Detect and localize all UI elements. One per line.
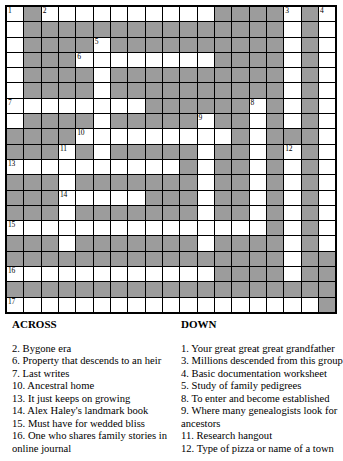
cell-r15c17[interactable] xyxy=(284,221,300,235)
cell-r16c14 xyxy=(232,236,248,250)
cell-r20c8[interactable] xyxy=(128,298,144,312)
cell-r9c10[interactable] xyxy=(163,129,179,143)
cell-r3c3 xyxy=(42,38,58,52)
cell-r18c6[interactable] xyxy=(94,267,110,281)
cell-r2c4 xyxy=(59,22,75,36)
cell-r7c1[interactable]: 7 xyxy=(7,99,23,113)
cell-r15c14[interactable] xyxy=(232,221,248,235)
cell-r4c19[interactable] xyxy=(319,53,335,67)
cell-r1c9[interactable] xyxy=(146,7,162,21)
cell-r17c9 xyxy=(146,252,162,266)
across-clues: ACROSS 2. Bygone era6. Property that des… xyxy=(12,318,178,455)
cell-r18c9[interactable] xyxy=(146,267,162,281)
cell-r16c10 xyxy=(163,236,179,250)
cell-r16c13 xyxy=(215,236,231,250)
cell-r11c1[interactable]: 13 xyxy=(7,160,23,174)
cell-r3c1[interactable] xyxy=(7,38,23,52)
cell-r16c19[interactable] xyxy=(319,236,335,250)
cell-r6c12 xyxy=(198,83,214,97)
cell-r20c18[interactable] xyxy=(302,298,318,312)
cell-r15c12[interactable] xyxy=(198,221,214,235)
cell-r16c1 xyxy=(7,236,23,250)
cell-r11c8[interactable] xyxy=(128,160,144,174)
cell-r6c16 xyxy=(267,83,283,97)
cell-r4c9[interactable] xyxy=(146,53,162,67)
cell-r8c10 xyxy=(163,114,179,128)
cell-r9c5[interactable]: 10 xyxy=(76,129,92,143)
cell-r16c16 xyxy=(267,236,283,250)
cell-r8c5 xyxy=(76,114,92,128)
cell-r6c17[interactable] xyxy=(284,83,300,97)
cell-r1c10[interactable] xyxy=(163,7,179,21)
cell-r15c11[interactable] xyxy=(180,221,196,235)
cell-r15c7[interactable] xyxy=(111,221,127,235)
cell-r1c19[interactable]: 4 xyxy=(319,7,335,21)
cell-r5c1[interactable] xyxy=(7,68,23,82)
cell-r7c3[interactable] xyxy=(42,99,58,113)
cell-r20c5[interactable] xyxy=(76,298,92,312)
cell-r10c19[interactable] xyxy=(319,145,335,159)
cell-r15c9[interactable] xyxy=(146,221,162,235)
cell-r18c5[interactable] xyxy=(76,267,92,281)
cell-r15c15[interactable] xyxy=(250,221,266,235)
cell-r11c17[interactable] xyxy=(284,160,300,174)
cell-r3c17[interactable] xyxy=(284,38,300,52)
cell-r8c19[interactable] xyxy=(319,114,335,128)
cell-r2c17[interactable] xyxy=(284,22,300,36)
cell-r18c14 xyxy=(232,267,248,281)
cell-r8c13 xyxy=(215,114,231,128)
cell-r3c4 xyxy=(59,38,75,52)
cell-r14c19[interactable] xyxy=(319,206,335,220)
cell-r5c15 xyxy=(250,68,266,82)
cell-r15c3[interactable] xyxy=(42,221,58,235)
cell-r4c18 xyxy=(302,53,318,67)
cell-r15c5[interactable] xyxy=(76,221,92,235)
cell-r14c6 xyxy=(94,206,110,220)
cell-r16c15 xyxy=(250,236,266,250)
cell-r13c9 xyxy=(146,191,162,205)
cell-r7c5[interactable] xyxy=(76,99,92,113)
cell-r13c1 xyxy=(7,191,23,205)
cell-r2c16 xyxy=(267,22,283,36)
across-clue-line: 14. Alex Haley's landmark book xyxy=(12,405,178,418)
cell-r20c14[interactable] xyxy=(232,298,248,312)
cell-r13c11 xyxy=(180,191,196,205)
cell-r2c18 xyxy=(302,22,318,36)
cell-r18c10[interactable] xyxy=(163,267,179,281)
cell-r10c5 xyxy=(76,145,92,159)
cell-r13c4[interactable]: 14 xyxy=(59,191,75,205)
cell-r9c12[interactable] xyxy=(198,129,214,143)
cell-r13c15[interactable] xyxy=(250,191,266,205)
cell-r11c12[interactable] xyxy=(198,160,214,174)
cell-r19c14 xyxy=(232,282,248,296)
cell-r17c8 xyxy=(128,252,144,266)
clue-number: 10 xyxy=(77,129,84,137)
cell-r7c10 xyxy=(163,99,179,113)
cell-r12c6 xyxy=(94,175,110,189)
cell-r16c12[interactable] xyxy=(198,236,214,250)
cell-r12c19[interactable] xyxy=(319,175,335,189)
cell-r7c15[interactable]: 8 xyxy=(250,99,266,113)
cell-r19c11 xyxy=(180,282,196,296)
cell-r10c6[interactable] xyxy=(94,145,110,159)
cell-r11c3[interactable] xyxy=(42,160,58,174)
cell-r18c12[interactable] xyxy=(198,267,214,281)
cell-r20c9[interactable] xyxy=(146,298,162,312)
cell-r1c4[interactable] xyxy=(59,7,75,21)
cell-r19c6 xyxy=(94,282,110,296)
cell-r18c16 xyxy=(267,267,283,281)
cell-r20c2[interactable] xyxy=(24,298,40,312)
cell-r11c2[interactable] xyxy=(24,160,40,174)
cell-r2c12 xyxy=(198,22,214,36)
cell-r14c12[interactable] xyxy=(198,206,214,220)
cell-r12c18 xyxy=(302,175,318,189)
cell-r12c17[interactable] xyxy=(284,175,300,189)
cell-r19c3 xyxy=(42,282,58,296)
cell-r15c16 xyxy=(267,221,283,235)
cell-r15c18 xyxy=(302,221,318,235)
cell-r2c15 xyxy=(250,22,266,36)
cell-r12c9 xyxy=(146,175,162,189)
cell-r17c14 xyxy=(232,252,248,266)
cell-r5c18 xyxy=(302,68,318,82)
across-clue-line: 7. Last writes xyxy=(12,368,178,381)
cell-r6c9 xyxy=(146,83,162,97)
down-clue-line: 3. Millions descended from this group xyxy=(181,355,341,368)
cell-r3c16 xyxy=(267,38,283,52)
cell-r20c13[interactable] xyxy=(215,298,231,312)
cell-r17c13 xyxy=(215,252,231,266)
cell-r4c8[interactable] xyxy=(128,53,144,67)
clue-number: 3 xyxy=(285,7,288,15)
cell-r5c4 xyxy=(59,68,75,82)
across-clue-list: 2. Bygone era6. Property that descends t… xyxy=(12,343,178,456)
cell-r7c6[interactable] xyxy=(94,99,110,113)
cell-r18c2[interactable] xyxy=(24,267,40,281)
cell-r19c16 xyxy=(267,282,283,296)
clue-number: 15 xyxy=(8,221,15,229)
cell-r7c4[interactable] xyxy=(59,99,75,113)
cell-r9c13[interactable] xyxy=(215,129,231,143)
cell-r19c2 xyxy=(24,282,40,296)
cell-r6c4 xyxy=(59,83,75,97)
cell-r9c18 xyxy=(302,129,318,143)
cell-r14c17[interactable] xyxy=(284,206,300,220)
cell-r15c19[interactable] xyxy=(319,221,335,235)
cell-r5c6[interactable] xyxy=(94,68,110,82)
cell-r15c2[interactable] xyxy=(24,221,40,235)
cell-r20c7[interactable] xyxy=(111,298,127,312)
cell-r5c3 xyxy=(42,68,58,82)
cell-r19c1 xyxy=(7,282,23,296)
cell-r11c19[interactable] xyxy=(319,160,335,174)
cell-r12c4[interactable] xyxy=(59,175,75,189)
cell-r10c11 xyxy=(180,145,196,159)
cell-r6c18 xyxy=(302,83,318,97)
cell-r13c8[interactable] xyxy=(128,191,144,205)
cell-r3c19[interactable] xyxy=(319,38,335,52)
cell-r2c3 xyxy=(42,22,58,36)
cell-r20c11[interactable] xyxy=(180,298,196,312)
cell-r18c7[interactable] xyxy=(111,267,127,281)
across-header: ACROSS xyxy=(12,318,178,331)
cell-r15c6[interactable] xyxy=(94,221,110,235)
cell-r2c9 xyxy=(146,22,162,36)
cell-r1c17[interactable]: 3 xyxy=(284,7,300,21)
cell-r9c8[interactable] xyxy=(128,129,144,143)
cell-r1c14 xyxy=(232,7,248,21)
cell-r20c6[interactable] xyxy=(94,298,110,312)
cell-r2c11 xyxy=(180,22,196,36)
cell-r11c5[interactable] xyxy=(76,160,92,174)
cell-r5c12 xyxy=(198,68,214,82)
cell-r9c19[interactable] xyxy=(319,129,335,143)
cell-r4c1[interactable] xyxy=(7,53,23,67)
cell-r7c7[interactable] xyxy=(111,99,127,113)
cell-r18c8[interactable] xyxy=(128,267,144,281)
across-clue-line: 6. Property that descends to an heir xyxy=(12,355,178,368)
cell-r13c5[interactable] xyxy=(76,191,92,205)
cell-r9c3 xyxy=(42,129,58,143)
cell-r18c4[interactable] xyxy=(59,267,75,281)
cell-r9c1 xyxy=(7,129,23,143)
cell-r4c5[interactable]: 6 xyxy=(76,53,92,67)
cell-r9c11[interactable] xyxy=(180,129,196,143)
cell-r20c10[interactable] xyxy=(163,298,179,312)
cell-r4c14 xyxy=(232,53,248,67)
cell-r4c16 xyxy=(267,53,283,67)
cell-r11c14 xyxy=(232,160,248,174)
clue-number: 1 xyxy=(8,7,11,15)
cell-r3c10 xyxy=(163,38,179,52)
cell-r20c15[interactable] xyxy=(250,298,266,312)
cell-r15c1[interactable]: 15 xyxy=(7,221,23,235)
cell-r10c4[interactable]: 11 xyxy=(59,145,75,159)
cell-r14c2 xyxy=(24,206,40,220)
cell-r8c9 xyxy=(146,114,162,128)
cell-r11c6[interactable] xyxy=(94,160,110,174)
cell-r12c11 xyxy=(180,175,196,189)
cell-r6c19[interactable] xyxy=(319,83,335,97)
clue-number: 2 xyxy=(43,7,46,15)
cell-r1c1[interactable]: 1 xyxy=(7,7,23,21)
cell-r12c14 xyxy=(232,175,248,189)
cell-r1c6[interactable] xyxy=(94,7,110,21)
cell-r2c5 xyxy=(76,22,92,36)
cell-r4c11[interactable] xyxy=(180,53,196,67)
cell-r8c6[interactable] xyxy=(94,114,110,128)
cell-r4c7[interactable] xyxy=(111,53,127,67)
cell-r12c1 xyxy=(7,175,23,189)
cell-r17c7 xyxy=(111,252,127,266)
cell-r17c10 xyxy=(163,252,179,266)
cell-r3c14 xyxy=(232,38,248,52)
cell-r11c4[interactable] xyxy=(59,160,75,174)
cell-r16c5 xyxy=(76,236,92,250)
cell-r14c15[interactable] xyxy=(250,206,266,220)
cell-r5c5 xyxy=(76,68,92,82)
cell-r5c17[interactable] xyxy=(284,68,300,82)
cell-r17c5 xyxy=(76,252,92,266)
cell-r20c3[interactable] xyxy=(42,298,58,312)
cell-r8c12[interactable]: 9 xyxy=(198,114,214,128)
cell-r8c1[interactable] xyxy=(7,114,23,128)
cell-r8c18 xyxy=(302,114,318,128)
cell-r2c1[interactable] xyxy=(7,22,23,36)
cell-r10c17[interactable]: 12 xyxy=(284,145,300,159)
cell-r14c14 xyxy=(232,206,248,220)
cell-r18c17[interactable] xyxy=(284,267,300,281)
cell-r4c17[interactable] xyxy=(284,53,300,67)
cell-r2c19[interactable] xyxy=(319,22,335,36)
cell-r15c4[interactable] xyxy=(59,221,75,235)
cell-r9c6[interactable] xyxy=(94,129,110,143)
cell-r5c8 xyxy=(128,68,144,82)
cell-r7c19[interactable] xyxy=(319,99,335,113)
cell-r15c10[interactable] xyxy=(163,221,179,235)
down-clue-line: 12. Type of pizza or name of a town xyxy=(181,443,341,456)
cell-r1c5[interactable] xyxy=(76,7,92,21)
cell-r20c17[interactable] xyxy=(284,298,300,312)
cell-r13c17[interactable] xyxy=(284,191,300,205)
cell-r19c8 xyxy=(128,282,144,296)
cell-r17c6 xyxy=(94,252,110,266)
cell-r9c7[interactable] xyxy=(111,129,127,143)
cell-r6c7 xyxy=(111,83,127,97)
cell-r16c17[interactable] xyxy=(284,236,300,250)
cell-r1c3[interactable]: 2 xyxy=(42,7,58,21)
cell-r11c10[interactable] xyxy=(163,160,179,174)
cell-r8c7 xyxy=(111,114,127,128)
cell-r12c3 xyxy=(42,175,58,189)
cell-r20c16[interactable] xyxy=(267,298,283,312)
cell-r14c5 xyxy=(76,206,92,220)
cell-r11c7[interactable] xyxy=(111,160,127,174)
cell-r2c10 xyxy=(163,22,179,36)
cell-r9c9[interactable] xyxy=(146,129,162,143)
cell-r7c16 xyxy=(267,99,283,113)
cell-r20c19 xyxy=(319,298,335,312)
cell-r1c8[interactable] xyxy=(128,7,144,21)
cell-r8c17[interactable] xyxy=(284,114,300,128)
cell-r7c13 xyxy=(215,99,231,113)
cell-r2c13 xyxy=(215,22,231,36)
cell-r1c12[interactable] xyxy=(198,7,214,21)
cell-r3c11 xyxy=(180,38,196,52)
cell-r3c13 xyxy=(215,38,231,52)
cell-r15c13[interactable] xyxy=(215,221,231,235)
cell-r10c2 xyxy=(24,145,40,159)
cell-r1c11[interactable] xyxy=(180,7,196,21)
across-clue-line: 16. One who shares family stories in xyxy=(12,430,178,443)
cell-r7c8[interactable] xyxy=(128,99,144,113)
cell-r3c12 xyxy=(198,38,214,52)
cell-r10c7 xyxy=(111,145,127,159)
cell-r16c2 xyxy=(24,236,40,250)
down-header: DOWN xyxy=(181,318,341,331)
cell-r20c1[interactable]: 17 xyxy=(7,298,23,312)
cell-r5c10 xyxy=(163,68,179,82)
cell-r12c15[interactable] xyxy=(250,175,266,189)
cell-r2c2 xyxy=(24,22,40,36)
clue-number: 17 xyxy=(8,298,15,306)
cell-r14c4[interactable] xyxy=(59,206,75,220)
cell-r4c2 xyxy=(24,53,40,67)
cell-r7c2[interactable] xyxy=(24,99,40,113)
cell-r17c16 xyxy=(267,252,283,266)
cell-r8c15[interactable] xyxy=(250,114,266,128)
cell-r14c10 xyxy=(163,206,179,220)
cell-r19c4 xyxy=(59,282,75,296)
cell-r6c10 xyxy=(163,83,179,97)
cell-r13c12[interactable] xyxy=(198,191,214,205)
cell-r4c12[interactable] xyxy=(198,53,214,67)
cell-r4c10[interactable] xyxy=(163,53,179,67)
cell-r14c7 xyxy=(111,206,127,220)
cell-r18c11[interactable] xyxy=(180,267,196,281)
cell-r2c8 xyxy=(128,22,144,36)
cell-r3c2 xyxy=(24,38,40,52)
cell-r1c16 xyxy=(267,7,283,21)
cell-r20c12[interactable] xyxy=(198,298,214,312)
cell-r11c15[interactable] xyxy=(250,160,266,174)
cell-r14c13 xyxy=(215,206,231,220)
cell-r2c7 xyxy=(111,22,127,36)
cell-r20c4[interactable] xyxy=(59,298,75,312)
cell-r5c19[interactable] xyxy=(319,68,335,82)
across-clue-line: online journal xyxy=(12,443,178,456)
cell-r7c17[interactable] xyxy=(284,99,300,113)
down-clues: DOWN 1. Your great great great grandfath… xyxy=(181,318,341,455)
cell-r13c6[interactable] xyxy=(94,191,110,205)
cell-r18c3[interactable] xyxy=(42,267,58,281)
cell-r4c4 xyxy=(59,53,75,67)
cell-r5c9 xyxy=(146,68,162,82)
cell-r11c9[interactable] xyxy=(146,160,162,174)
cell-r3c5 xyxy=(76,38,92,52)
clue-number: 4 xyxy=(320,7,323,15)
cell-r3c6[interactable]: 5 xyxy=(94,38,110,52)
cell-r14c9 xyxy=(146,206,162,220)
cell-r17c17[interactable] xyxy=(284,252,300,266)
cell-r1c7[interactable] xyxy=(111,7,127,21)
cell-r14c3 xyxy=(42,206,58,220)
cell-r10c12[interactable] xyxy=(198,145,214,159)
cell-r16c7 xyxy=(111,236,127,250)
cell-r18c18 xyxy=(302,267,318,281)
cell-r9c15[interactable] xyxy=(250,129,266,143)
cell-r13c19[interactable] xyxy=(319,191,335,205)
cell-r19c15 xyxy=(250,282,266,296)
cell-r6c1[interactable] xyxy=(7,83,23,97)
cell-r4c6[interactable] xyxy=(94,53,110,67)
cell-r5c16 xyxy=(267,68,283,82)
cell-r10c15[interactable] xyxy=(250,145,266,159)
cell-r18c1[interactable]: 16 xyxy=(7,267,23,281)
cell-r6c6[interactable] xyxy=(94,83,110,97)
cell-r6c13 xyxy=(215,83,231,97)
cell-r10c14 xyxy=(232,145,248,159)
crossword-page: 1234567891011121314151617 ACROSS 2. Bygo… xyxy=(0,0,343,461)
cell-r12c12[interactable] xyxy=(198,175,214,189)
cell-r13c7[interactable] xyxy=(111,191,127,205)
cell-r15c8[interactable] xyxy=(128,221,144,235)
cell-r6c3 xyxy=(42,83,58,97)
cell-r16c4[interactable] xyxy=(59,236,75,250)
